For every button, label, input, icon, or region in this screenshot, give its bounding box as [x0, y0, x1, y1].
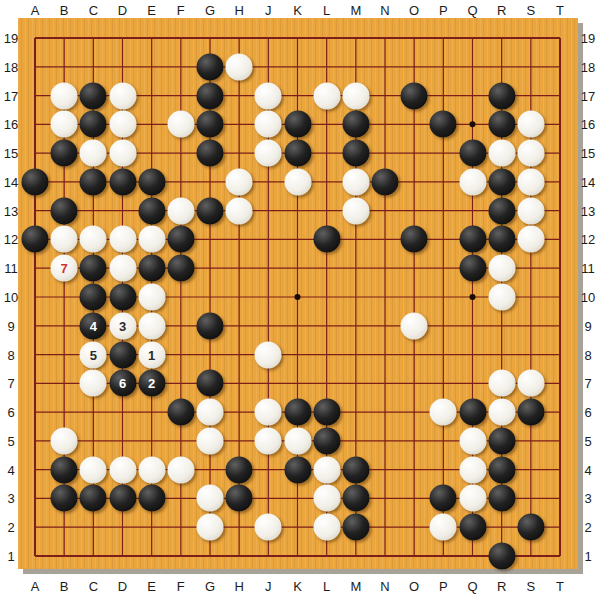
- row-label-left: 12: [4, 233, 18, 246]
- stone-black-K15[interactable]: [284, 140, 311, 167]
- col-label-bottom: H: [234, 580, 243, 593]
- row-label-right: 15: [581, 147, 595, 160]
- move-number-7: 7: [61, 262, 68, 275]
- col-label-top: B: [60, 4, 69, 17]
- stone-white-L4[interactable]: [313, 456, 340, 483]
- move-number-2: 2: [148, 377, 155, 390]
- stone-black-G18[interactable]: [197, 53, 224, 80]
- col-label-bottom: M: [350, 580, 361, 593]
- stone-black-M2[interactable]: [342, 514, 369, 541]
- stone-black-G7[interactable]: [197, 370, 224, 397]
- col-label-bottom: Q: [467, 580, 477, 593]
- stone-black-C17[interactable]: [80, 82, 107, 109]
- stone-black-E13[interactable]: [138, 197, 165, 224]
- col-label-top: C: [89, 4, 98, 17]
- stone-black-F11[interactable]: [167, 255, 194, 282]
- row-label-right: 2: [584, 521, 591, 534]
- col-label-top: J: [265, 4, 272, 17]
- stone-black-D3[interactable]: [109, 485, 136, 512]
- row-label-left: 4: [7, 463, 14, 476]
- stone-black-B4[interactable]: [51, 456, 78, 483]
- move-number-6: 6: [119, 377, 126, 390]
- stone-white-D16[interactable]: [109, 111, 136, 138]
- col-label-bottom: N: [380, 580, 389, 593]
- stone-black-D10[interactable]: [109, 284, 136, 311]
- col-label-bottom: A: [31, 580, 40, 593]
- row-label-left: 13: [4, 204, 18, 217]
- stone-white-J15[interactable]: [255, 140, 282, 167]
- stone-white-C12[interactable]: [80, 226, 107, 253]
- stone-white-K14[interactable]: [284, 168, 311, 195]
- stone-white-K5[interactable]: [284, 427, 311, 454]
- row-label-left: 15: [4, 147, 18, 160]
- stone-black-Q2[interactable]: [459, 514, 486, 541]
- stone-white-M17[interactable]: [342, 82, 369, 109]
- col-label-bottom: C: [89, 580, 98, 593]
- stone-black-Q6[interactable]: [459, 399, 486, 426]
- stone-black-C3[interactable]: [80, 485, 107, 512]
- col-label-bottom: D: [118, 580, 127, 593]
- row-label-right: 6: [584, 406, 591, 419]
- stone-white-B5[interactable]: [51, 427, 78, 454]
- stone-black-K4[interactable]: [284, 456, 311, 483]
- stone-black-L6[interactable]: [313, 399, 340, 426]
- row-label-left: 2: [7, 521, 14, 534]
- row-label-right: 13: [581, 204, 595, 217]
- stone-white-B17[interactable]: [51, 82, 78, 109]
- stone-black-O17[interactable]: [401, 82, 428, 109]
- stone-black-D8[interactable]: [109, 341, 136, 368]
- stone-black-Q15[interactable]: [459, 140, 486, 167]
- stone-white-M14[interactable]: [342, 168, 369, 195]
- col-label-top: S: [526, 4, 535, 17]
- stone-white-Q3[interactable]: [459, 485, 486, 512]
- stone-white-D9[interactable]: 3: [109, 312, 136, 339]
- row-label-right: 11: [581, 262, 595, 275]
- stone-black-R1[interactable]: [488, 543, 515, 570]
- col-label-bottom: E: [147, 580, 156, 593]
- stone-white-S16[interactable]: [517, 111, 544, 138]
- stone-white-D17[interactable]: [109, 82, 136, 109]
- stone-white-R15[interactable]: [488, 140, 515, 167]
- row-label-right: 14: [581, 175, 595, 188]
- stone-black-M4[interactable]: [342, 456, 369, 483]
- row-label-right: 4: [584, 463, 591, 476]
- row-label-right: 16: [581, 118, 595, 131]
- stone-black-Q12[interactable]: [459, 226, 486, 253]
- row-label-right: 5: [584, 434, 591, 447]
- col-label-bottom: R: [497, 580, 506, 593]
- stone-black-B15[interactable]: [51, 140, 78, 167]
- stone-black-F6[interactable]: [167, 399, 194, 426]
- stone-white-S12[interactable]: [517, 226, 544, 253]
- row-label-right: 8: [584, 348, 591, 361]
- stone-white-B11[interactable]: 7: [51, 255, 78, 282]
- stone-black-K6[interactable]: [284, 399, 311, 426]
- stone-black-G16[interactable]: [197, 111, 224, 138]
- stone-black-R3[interactable]: [488, 485, 515, 512]
- col-label-top: P: [439, 4, 448, 17]
- row-label-left: 6: [7, 406, 14, 419]
- stone-white-E10[interactable]: [138, 284, 165, 311]
- row-label-left: 5: [7, 434, 14, 447]
- row-label-right: 19: [581, 32, 595, 45]
- stone-black-C14[interactable]: [80, 168, 107, 195]
- stone-black-H4[interactable]: [226, 456, 253, 483]
- stone-black-F12[interactable]: [167, 226, 194, 253]
- stone-white-D12[interactable]: [109, 226, 136, 253]
- stone-black-N14[interactable]: [372, 168, 399, 195]
- stone-black-K16[interactable]: [284, 111, 311, 138]
- row-label-left: 14: [4, 175, 18, 188]
- col-label-top: M: [350, 4, 361, 17]
- row-label-right: 12: [581, 233, 595, 246]
- stone-black-M16[interactable]: [342, 111, 369, 138]
- stone-white-E12[interactable]: [138, 226, 165, 253]
- col-label-bottom: O: [409, 580, 419, 593]
- stone-white-Q14[interactable]: [459, 168, 486, 195]
- stone-white-H14[interactable]: [226, 168, 253, 195]
- col-label-bottom: B: [60, 580, 69, 593]
- stone-white-R6[interactable]: [488, 399, 515, 426]
- col-label-top: D: [118, 4, 127, 17]
- col-label-top: T: [556, 4, 564, 17]
- stone-black-R12[interactable]: [488, 226, 515, 253]
- stone-white-J17[interactable]: [255, 82, 282, 109]
- stone-white-J5[interactable]: [255, 427, 282, 454]
- stone-white-G5[interactable]: [197, 427, 224, 454]
- row-label-left: 9: [7, 319, 14, 332]
- stone-white-F13[interactable]: [167, 197, 194, 224]
- row-label-left: 19: [4, 32, 18, 45]
- col-label-top: A: [31, 4, 40, 17]
- stone-white-L17[interactable]: [313, 82, 340, 109]
- stone-black-Q11[interactable]: [459, 255, 486, 282]
- col-label-top: E: [147, 4, 156, 17]
- stone-white-M13[interactable]: [342, 197, 369, 224]
- stone-black-L12[interactable]: [313, 226, 340, 253]
- stone-white-D15[interactable]: [109, 140, 136, 167]
- col-label-bottom: K: [293, 580, 302, 593]
- col-label-top: G: [205, 4, 215, 17]
- stone-black-R5[interactable]: [488, 427, 515, 454]
- stone-white-B16[interactable]: [51, 111, 78, 138]
- stone-white-D4[interactable]: [109, 456, 136, 483]
- move-number-4: 4: [90, 319, 97, 332]
- col-label-bottom: L: [323, 580, 330, 593]
- stone-white-S15[interactable]: [517, 140, 544, 167]
- stone-black-R16[interactable]: [488, 111, 515, 138]
- col-label-top: K: [293, 4, 302, 17]
- stone-black-M3[interactable]: [342, 485, 369, 512]
- stone-black-E3[interactable]: [138, 485, 165, 512]
- stone-white-J2[interactable]: [255, 514, 282, 541]
- row-label-right: 9: [584, 319, 591, 332]
- stone-black-D14[interactable]: [109, 168, 136, 195]
- row-label-left: 17: [4, 89, 18, 102]
- stone-black-P3[interactable]: [430, 485, 457, 512]
- col-label-top: H: [234, 4, 243, 17]
- stone-black-S2[interactable]: [517, 514, 544, 541]
- move-number-3: 3: [119, 319, 126, 332]
- stone-white-P2[interactable]: [430, 514, 457, 541]
- stone-white-Q5[interactable]: [459, 427, 486, 454]
- stone-white-D11[interactable]: [109, 255, 136, 282]
- col-label-top: N: [380, 4, 389, 17]
- stone-black-S6[interactable]: [517, 399, 544, 426]
- stone-white-S7[interactable]: [517, 370, 544, 397]
- stone-black-P16[interactable]: [430, 111, 457, 138]
- stone-black-A12[interactable]: [22, 226, 49, 253]
- row-label-right: 3: [584, 492, 591, 505]
- col-label-top: F: [177, 4, 185, 17]
- stone-black-A14[interactable]: [22, 168, 49, 195]
- stone-black-G17[interactable]: [197, 82, 224, 109]
- stone-white-H18[interactable]: [226, 53, 253, 80]
- stone-white-J8[interactable]: [255, 341, 282, 368]
- stone-black-B3[interactable]: [51, 485, 78, 512]
- col-label-bottom: S: [526, 580, 535, 593]
- col-label-bottom: F: [177, 580, 185, 593]
- stone-white-G3[interactable]: [197, 485, 224, 512]
- row-label-left: 3: [7, 492, 14, 505]
- stone-white-S14[interactable]: [517, 168, 544, 195]
- stone-black-R17[interactable]: [488, 82, 515, 109]
- row-label-right: 1: [584, 550, 591, 563]
- stone-white-F16[interactable]: [167, 111, 194, 138]
- stone-white-S13[interactable]: [517, 197, 544, 224]
- stone-white-E8[interactable]: 1: [138, 341, 165, 368]
- stone-black-C9[interactable]: 4: [80, 312, 107, 339]
- row-label-right: 18: [581, 60, 595, 73]
- row-label-left: 8: [7, 348, 14, 361]
- stone-white-R10[interactable]: [488, 284, 515, 311]
- stone-white-G2[interactable]: [197, 514, 224, 541]
- stone-black-C16[interactable]: [80, 111, 107, 138]
- row-label-left: 1: [7, 550, 14, 563]
- stone-white-Q4[interactable]: [459, 456, 486, 483]
- stone-white-E4[interactable]: [138, 456, 165, 483]
- row-label-left: 18: [4, 60, 18, 73]
- stone-white-L2[interactable]: [313, 514, 340, 541]
- col-label-top: L: [323, 4, 330, 17]
- row-label-right: 17: [581, 89, 595, 102]
- stone-white-G6[interactable]: [197, 399, 224, 426]
- stone-white-R11[interactable]: [488, 255, 515, 282]
- col-label-bottom: T: [556, 580, 564, 593]
- stone-black-B13[interactable]: [51, 197, 78, 224]
- col-label-bottom: G: [205, 580, 215, 593]
- stone-black-O12[interactable]: [401, 226, 428, 253]
- row-label-right: 7: [584, 377, 591, 390]
- col-label-bottom: J: [265, 580, 272, 593]
- stone-white-C15[interactable]: [80, 140, 107, 167]
- col-label-top: Q: [467, 4, 477, 17]
- stone-black-H3[interactable]: [226, 485, 253, 512]
- stone-white-E9[interactable]: [138, 312, 165, 339]
- stone-white-O9[interactable]: [401, 312, 428, 339]
- stone-black-G15[interactable]: [197, 140, 224, 167]
- stone-white-H13[interactable]: [226, 197, 253, 224]
- row-label-left: 11: [4, 262, 18, 275]
- stone-white-J16[interactable]: [255, 111, 282, 138]
- move-number-1: 1: [148, 348, 155, 361]
- stone-black-E11[interactable]: [138, 255, 165, 282]
- row-label-left: 16: [4, 118, 18, 131]
- stone-black-C10[interactable]: [80, 284, 107, 311]
- stone-black-R14[interactable]: [488, 168, 515, 195]
- stone-black-R4[interactable]: [488, 456, 515, 483]
- stone-white-J6[interactable]: [255, 399, 282, 426]
- stone-white-P6[interactable]: [430, 399, 457, 426]
- stone-black-L5[interactable]: [313, 427, 340, 454]
- row-label-left: 10: [4, 291, 18, 304]
- col-label-top: R: [497, 4, 506, 17]
- stone-black-M15[interactable]: [342, 140, 369, 167]
- stone-white-C4[interactable]: [80, 456, 107, 483]
- stone-white-C7[interactable]: [80, 370, 107, 397]
- stone-black-D7[interactable]: 6: [109, 370, 136, 397]
- stone-black-G13[interactable]: [197, 197, 224, 224]
- stone-black-R13[interactable]: [488, 197, 515, 224]
- stone-black-G9[interactable]: [197, 312, 224, 339]
- stone-white-B12[interactable]: [51, 226, 78, 253]
- go-game-screenshot: AABBCCDDEEFFGGHHJJKKLLMMNNOOPPQQRRSSTT19…: [0, 0, 599, 597]
- row-label-left: 7: [7, 377, 14, 390]
- stone-white-R7[interactable]: [488, 370, 515, 397]
- stone-white-L3[interactable]: [313, 485, 340, 512]
- col-label-bottom: P: [439, 580, 448, 593]
- move-number-5: 5: [90, 348, 97, 361]
- stone-black-E7[interactable]: 2: [138, 370, 165, 397]
- stone-white-C8[interactable]: 5: [80, 341, 107, 368]
- col-label-top: O: [409, 4, 419, 17]
- row-label-right: 10: [581, 291, 595, 304]
- stone-white-F4[interactable]: [167, 456, 194, 483]
- stone-black-E14[interactable]: [138, 168, 165, 195]
- stone-black-C11[interactable]: [80, 255, 107, 282]
